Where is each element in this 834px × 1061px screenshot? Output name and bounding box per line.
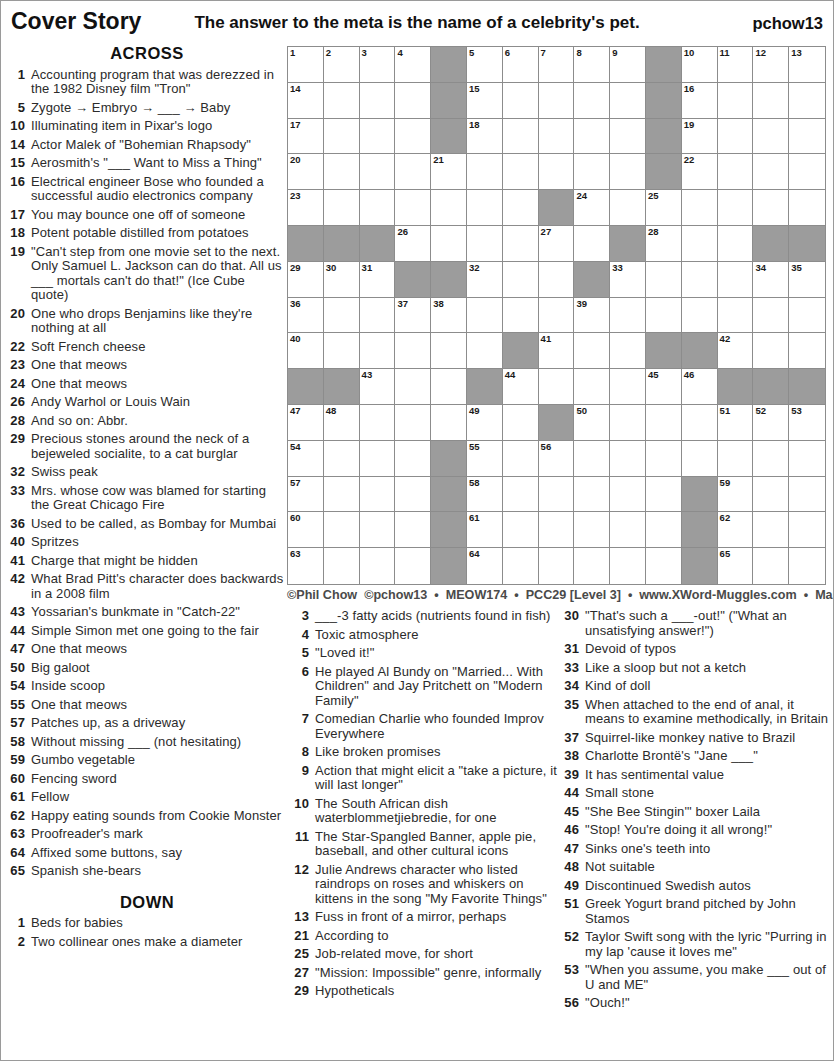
clue-item: 42What Brad Pitt's character does backwa… xyxy=(9,572,285,601)
grid-cell[interactable]: 17 xyxy=(288,119,324,155)
grid-cell[interactable] xyxy=(718,441,754,477)
grid-cell[interactable] xyxy=(789,333,825,369)
clue-text: When attached to the end of anal, it mea… xyxy=(585,698,831,727)
grid-cell[interactable] xyxy=(682,405,718,441)
grid-cell[interactable]: 19 xyxy=(682,119,718,155)
clue-item: 57Patches up, as a driveway xyxy=(9,716,285,731)
grid-cell[interactable] xyxy=(324,333,360,369)
across-column: ACROSS 1Accounting program that was dere… xyxy=(9,46,285,953)
grid-cell[interactable]: 65 xyxy=(718,548,754,584)
grid-cell[interactable] xyxy=(718,226,754,262)
crossword-page: Cover Story The answer to the meta is th… xyxy=(0,0,834,1061)
grid-cell[interactable] xyxy=(610,405,646,441)
grid-cell[interactable] xyxy=(360,119,396,155)
clue-text: Potent potable distilled from potatoes xyxy=(31,226,285,241)
cell-number: 48 xyxy=(326,406,337,416)
grid-cell[interactable] xyxy=(789,512,825,548)
grid-cell[interactable] xyxy=(395,83,431,119)
black-cell xyxy=(610,226,646,262)
grid-cell[interactable] xyxy=(360,333,396,369)
grid-cell[interactable] xyxy=(753,333,789,369)
grid-cell[interactable] xyxy=(324,190,360,226)
grid-cell[interactable] xyxy=(610,83,646,119)
grid-cell[interactable]: 63 xyxy=(288,548,324,584)
grid-cell[interactable] xyxy=(539,477,575,513)
grid-cell[interactable]: 50 xyxy=(574,405,610,441)
clue-number: 16 xyxy=(9,175,31,204)
clue-text: You may bounce one off of someone xyxy=(31,208,285,223)
grid-cell[interactable] xyxy=(574,512,610,548)
grid-cell[interactable] xyxy=(324,154,360,190)
black-cell xyxy=(682,512,718,548)
grid-cell[interactable] xyxy=(503,441,539,477)
grid-cell[interactable] xyxy=(610,154,646,190)
grid-cell[interactable]: 38 xyxy=(431,298,467,334)
grid-cell[interactable] xyxy=(682,298,718,334)
grid-cell[interactable] xyxy=(360,190,396,226)
cell-number: 2 xyxy=(326,48,331,58)
down-list-right: 30"That's such a ___-out!" ("What an uns… xyxy=(563,609,831,1011)
clue-item: 15Aerosmith's "___ Want to Miss a Thing" xyxy=(9,156,285,171)
grid-cell[interactable]: 54 xyxy=(288,441,324,477)
clue-item: 8Like broken promises xyxy=(293,745,559,760)
black-cell xyxy=(682,477,718,513)
grid-cell[interactable] xyxy=(503,512,539,548)
grid-cell[interactable]: 62 xyxy=(718,512,754,548)
grid-cell[interactable]: 55 xyxy=(467,441,503,477)
clue-item: 33Mrs. whose cow was blamed for starting… xyxy=(9,484,285,513)
grid-cell[interactable] xyxy=(395,369,431,405)
grid-cell[interactable]: 16 xyxy=(682,83,718,119)
clue-text: Small stone xyxy=(585,786,831,801)
grid-cell[interactable] xyxy=(467,298,503,334)
clue-text: "When you assume, you make ___ out of U … xyxy=(585,963,831,992)
grid-cell[interactable] xyxy=(789,477,825,513)
grid-cell[interactable] xyxy=(610,477,646,513)
grid-cell[interactable] xyxy=(610,548,646,584)
grid-cell[interactable] xyxy=(646,405,682,441)
grid-cell[interactable] xyxy=(574,369,610,405)
grid-cell[interactable] xyxy=(431,333,467,369)
clue-text: Two collinear ones make a diameter xyxy=(31,935,285,950)
grid-cell[interactable] xyxy=(682,441,718,477)
grid-cell[interactable] xyxy=(574,154,610,190)
clue-item: 30"That's such a ___-out!" ("What an uns… xyxy=(563,609,831,638)
grid-cell[interactable] xyxy=(467,333,503,369)
cell-number: 16 xyxy=(684,84,695,94)
clue-text: Comedian Charlie who founded Improv Ever… xyxy=(315,712,559,741)
grid-cell[interactable] xyxy=(431,369,467,405)
clue-number: 14 xyxy=(9,138,31,153)
grid-cell[interactable]: 15 xyxy=(467,83,503,119)
grid-cell[interactable] xyxy=(753,477,789,513)
clue-text: One that meows xyxy=(31,642,285,657)
grid-cell[interactable] xyxy=(718,262,754,298)
grid-cell[interactable]: 56 xyxy=(539,441,575,477)
grid-cell[interactable] xyxy=(610,369,646,405)
grid-cell[interactable]: 5 xyxy=(467,47,503,83)
meta-instruction: The answer to the meta is the name of a … xyxy=(1,13,833,33)
grid-cell[interactable] xyxy=(789,441,825,477)
grid-cell[interactable] xyxy=(395,477,431,513)
clue-number: 61 xyxy=(9,790,31,805)
grid-cell[interactable]: 45 xyxy=(646,369,682,405)
grid-cell[interactable] xyxy=(610,119,646,155)
grid-cell[interactable] xyxy=(467,154,503,190)
grid-cell[interactable] xyxy=(718,119,754,155)
grid-cell[interactable] xyxy=(574,226,610,262)
black-cell xyxy=(646,83,682,119)
grid-cell[interactable] xyxy=(431,190,467,226)
grid-cell[interactable] xyxy=(360,441,396,477)
grid-cell[interactable]: 37 xyxy=(395,298,431,334)
grid-cell[interactable] xyxy=(646,548,682,584)
black-cell xyxy=(288,226,324,262)
grid-cell[interactable]: 58 xyxy=(467,477,503,513)
grid-cell[interactable] xyxy=(682,190,718,226)
grid-cell[interactable] xyxy=(395,119,431,155)
clue-item: 38Charlotte Brontë's "Jane ___" xyxy=(563,749,831,764)
clue-number: 36 xyxy=(9,517,31,532)
grid-cell[interactable]: 20 xyxy=(288,154,324,190)
grid-cell[interactable] xyxy=(503,226,539,262)
grid-cell[interactable]: 22 xyxy=(682,154,718,190)
grid-cell[interactable] xyxy=(539,154,575,190)
grid-cell[interactable] xyxy=(360,83,396,119)
grid-cell[interactable] xyxy=(395,441,431,477)
clue-text: Affixed some buttons, say xyxy=(31,846,285,861)
clue-number: 54 xyxy=(9,679,31,694)
cell-number: 15 xyxy=(469,84,480,94)
black-cell xyxy=(431,441,467,477)
grid-cell[interactable]: 29 xyxy=(288,262,324,298)
grid-cell[interactable]: 10 xyxy=(682,47,718,83)
grid-cell[interactable]: 53 xyxy=(789,405,825,441)
grid-cell[interactable]: 27 xyxy=(539,226,575,262)
clue-number: 17 xyxy=(9,208,31,223)
grid-cell[interactable] xyxy=(718,298,754,334)
grid-cell[interactable] xyxy=(324,548,360,584)
grid-cell[interactable] xyxy=(753,512,789,548)
clue-item: 48Not suitable xyxy=(563,860,831,875)
clue-number: 52 xyxy=(563,930,585,959)
grid-cell[interactable] xyxy=(539,119,575,155)
grid-cell[interactable]: 24 xyxy=(574,190,610,226)
grid-cell[interactable] xyxy=(503,119,539,155)
clue-number: 29 xyxy=(293,984,315,999)
clue-item: 55One that meows xyxy=(9,698,285,713)
grid-cell[interactable] xyxy=(682,262,718,298)
clue-text: Fencing sword xyxy=(31,772,285,787)
grid-cell[interactable]: 18 xyxy=(467,119,503,155)
clue-text: "That's such a ___-out!" ("What an unsat… xyxy=(585,609,831,638)
grid-cell[interactable] xyxy=(324,119,360,155)
grid-cell[interactable]: 60 xyxy=(288,512,324,548)
grid-cell[interactable] xyxy=(539,262,575,298)
grid-cell[interactable]: 46 xyxy=(682,369,718,405)
grid-cell[interactable]: 39 xyxy=(574,298,610,334)
clue-number: 19 xyxy=(9,245,31,303)
clue-text: ___-3 fatty acids (nutrients found in fi… xyxy=(315,609,559,624)
cell-number: 10 xyxy=(684,48,695,58)
grid-cell[interactable] xyxy=(753,154,789,190)
clue-item: 56"Ouch!" xyxy=(563,996,831,1011)
clue-number: 15 xyxy=(9,156,31,171)
grid-cell[interactable]: 2 xyxy=(324,47,360,83)
grid-cell[interactable] xyxy=(360,298,396,334)
grid-cell[interactable] xyxy=(610,298,646,334)
cell-number: 65 xyxy=(720,549,731,559)
grid-cell[interactable] xyxy=(503,190,539,226)
clue-text: Inside scoop xyxy=(31,679,285,694)
grid-cell[interactable]: 57 xyxy=(288,477,324,513)
grid-cell[interactable]: 6 xyxy=(503,47,539,83)
grid-cell[interactable]: 59 xyxy=(718,477,754,513)
grid-cell[interactable] xyxy=(395,512,431,548)
grid-cell[interactable] xyxy=(324,441,360,477)
cell-number: 53 xyxy=(791,406,802,416)
grid-cell[interactable] xyxy=(646,512,682,548)
black-cell xyxy=(431,477,467,513)
grid-cell[interactable] xyxy=(610,441,646,477)
clue-number: 9 xyxy=(293,764,315,793)
grid-cell[interactable]: 9 xyxy=(610,47,646,83)
grid-cell[interactable] xyxy=(539,369,575,405)
cell-number: 30 xyxy=(326,263,337,273)
clue-text: Not suitable xyxy=(585,860,831,875)
grid-cell[interactable]: 31 xyxy=(360,262,396,298)
grid-cell[interactable] xyxy=(324,83,360,119)
grid-cell[interactable] xyxy=(360,512,396,548)
grid-cell[interactable] xyxy=(753,119,789,155)
grid-cell[interactable] xyxy=(753,298,789,334)
grid-cell[interactable] xyxy=(539,548,575,584)
grid-cell[interactable]: 64 xyxy=(467,548,503,584)
clue-item: 9Action that might elicit a "take a pict… xyxy=(293,764,559,793)
cell-number: 13 xyxy=(791,48,802,58)
grid-cell[interactable] xyxy=(395,333,431,369)
grid-cell[interactable]: 49 xyxy=(467,405,503,441)
grid-cell[interactable]: 25 xyxy=(646,190,682,226)
grid-cell[interactable] xyxy=(467,190,503,226)
clue-item: 21According to xyxy=(293,929,559,944)
grid-cell[interactable] xyxy=(789,119,825,155)
grid-cell[interactable] xyxy=(467,226,503,262)
grid-cell[interactable]: 33 xyxy=(610,262,646,298)
grid-cell[interactable] xyxy=(718,83,754,119)
cell-number: 47 xyxy=(290,406,301,416)
grid-cell[interactable] xyxy=(646,298,682,334)
grid-cell[interactable] xyxy=(360,477,396,513)
black-cell xyxy=(431,512,467,548)
grid-cell[interactable]: 23 xyxy=(288,190,324,226)
author-byline: pchow13 xyxy=(752,14,823,33)
black-cell xyxy=(646,154,682,190)
grid-cell[interactable] xyxy=(646,441,682,477)
grid-cell[interactable] xyxy=(789,548,825,584)
grid-cell[interactable] xyxy=(431,226,467,262)
grid-cell[interactable] xyxy=(324,477,360,513)
grid-cell[interactable] xyxy=(360,405,396,441)
grid-cell[interactable]: 61 xyxy=(467,512,503,548)
grid-cell[interactable]: 32 xyxy=(467,262,503,298)
clue-number: 26 xyxy=(9,395,31,410)
clue-number: 64 xyxy=(9,846,31,861)
cell-number: 22 xyxy=(684,155,695,165)
cell-number: 25 xyxy=(648,191,659,201)
grid-cell[interactable]: 4 xyxy=(395,47,431,83)
clue-item: 59Gumbo vegetable xyxy=(9,753,285,768)
across-list: 1Accounting program that was derezzed in… xyxy=(9,68,285,879)
cell-number: 20 xyxy=(290,155,301,165)
grid-cell[interactable] xyxy=(503,154,539,190)
clue-text: "Loved it!" xyxy=(315,646,559,661)
grid-cell[interactable] xyxy=(539,512,575,548)
clue-item: 29Precious stones around the neck of a b… xyxy=(9,432,285,461)
black-cell xyxy=(431,262,467,298)
grid-cell[interactable] xyxy=(360,154,396,190)
clue-text: He played Al Bundy on "Married... With C… xyxy=(315,665,559,709)
grid-cell[interactable] xyxy=(753,441,789,477)
black-cell xyxy=(431,119,467,155)
clue-number: 35 xyxy=(563,698,585,727)
grid-cell[interactable] xyxy=(574,477,610,513)
grid-cell[interactable]: 47 xyxy=(288,405,324,441)
black-cell xyxy=(431,83,467,119)
grid-cell[interactable]: 44 xyxy=(503,369,539,405)
clue-item: 35When attached to the end of anal, it m… xyxy=(563,698,831,727)
grid-cell[interactable] xyxy=(503,83,539,119)
grid-cell[interactable]: 34 xyxy=(753,262,789,298)
grid-cell[interactable]: 8 xyxy=(574,47,610,83)
clue-number: 55 xyxy=(9,698,31,713)
grid-cell[interactable] xyxy=(503,298,539,334)
grid-cell[interactable] xyxy=(324,512,360,548)
black-cell xyxy=(718,369,754,405)
grid-cell[interactable] xyxy=(718,154,754,190)
grid-cell[interactable] xyxy=(431,405,467,441)
grid-cell[interactable]: 14 xyxy=(288,83,324,119)
clue-text: One that meows xyxy=(31,377,285,392)
grid-cell[interactable] xyxy=(646,262,682,298)
clue-number: 44 xyxy=(563,786,585,801)
cell-number: 43 xyxy=(362,370,373,380)
clue-text: Toxic atmosphere xyxy=(315,628,559,643)
grid-cell[interactable] xyxy=(610,333,646,369)
grid-cell[interactable] xyxy=(610,190,646,226)
grid-cell[interactable]: 36 xyxy=(288,298,324,334)
grid-cell[interactable]: 26 xyxy=(395,226,431,262)
grid-cell[interactable]: 21 xyxy=(431,154,467,190)
clue-number: 34 xyxy=(563,679,585,694)
clue-number: 42 xyxy=(9,572,31,601)
clue-item: 14Actor Malek of "Bohemian Rhapsody" xyxy=(9,138,285,153)
grid-cell[interactable]: 12 xyxy=(753,47,789,83)
grid-cell[interactable] xyxy=(503,477,539,513)
grid-cell[interactable] xyxy=(789,83,825,119)
grid-cell[interactable]: 11 xyxy=(718,47,754,83)
grid-cell[interactable]: 42 xyxy=(718,333,754,369)
cell-number: 35 xyxy=(791,263,802,273)
grid-cell[interactable] xyxy=(395,405,431,441)
grid-cell[interactable]: 43 xyxy=(360,369,396,405)
grid-cell[interactable]: 51 xyxy=(718,405,754,441)
clue-item: 39It has sentimental value xyxy=(563,768,831,783)
clue-text: The Star-Spangled Banner, apple pie, bas… xyxy=(315,830,559,859)
grid-cell[interactable] xyxy=(789,190,825,226)
grid-cell[interactable] xyxy=(503,262,539,298)
clue-item: 18Potent potable distilled from potatoes xyxy=(9,226,285,241)
grid-cell[interactable]: 35 xyxy=(789,262,825,298)
grid-cell[interactable]: 40 xyxy=(288,333,324,369)
clue-item: 46"Stop! You're doing it all wrong!" xyxy=(563,823,831,838)
grid-cell[interactable] xyxy=(789,154,825,190)
grid-cell[interactable] xyxy=(574,119,610,155)
grid-cell[interactable]: 3 xyxy=(360,47,396,83)
grid-cell[interactable]: 7 xyxy=(539,47,575,83)
clue-number: 11 xyxy=(293,830,315,859)
clue-item: 29Hypotheticals xyxy=(293,984,559,999)
down-column-right: 30"That's such a ___-out!" ("What an uns… xyxy=(563,609,831,1015)
black-cell xyxy=(288,369,324,405)
grid-cell[interactable] xyxy=(682,226,718,262)
grid-cell[interactable] xyxy=(539,298,575,334)
grid-cell[interactable] xyxy=(395,154,431,190)
grid-cell[interactable] xyxy=(610,512,646,548)
grid-cell[interactable] xyxy=(574,83,610,119)
clue-item: 41Charge that might be hidden xyxy=(9,554,285,569)
grid-cell[interactable] xyxy=(324,298,360,334)
grid-cell[interactable]: 41 xyxy=(539,333,575,369)
grid-cell[interactable]: 28 xyxy=(646,226,682,262)
grid-cell[interactable] xyxy=(718,190,754,226)
clue-number: 4 xyxy=(293,628,315,643)
grid-cell[interactable] xyxy=(539,83,575,119)
grid-cell[interactable] xyxy=(395,548,431,584)
grid-cell[interactable]: 13 xyxy=(789,47,825,83)
grid-cell[interactable] xyxy=(753,548,789,584)
clue-text: One that meows xyxy=(31,358,285,373)
grid-cell[interactable] xyxy=(395,190,431,226)
grid-cell[interactable] xyxy=(753,83,789,119)
grid-cell[interactable]: 1 xyxy=(288,47,324,83)
grid-cell[interactable] xyxy=(753,190,789,226)
grid-cell[interactable]: 48 xyxy=(324,405,360,441)
black-cell xyxy=(431,548,467,584)
grid-cell[interactable] xyxy=(646,477,682,513)
black-cell xyxy=(503,333,539,369)
clue-number: 29 xyxy=(9,432,31,461)
grid-cell[interactable] xyxy=(503,405,539,441)
black-cell xyxy=(682,333,718,369)
clue-item: 52Taylor Swift song with the lyric "Purr… xyxy=(563,930,831,959)
grid-cell[interactable] xyxy=(574,441,610,477)
cell-number: 3 xyxy=(362,48,367,58)
grid-cell[interactable] xyxy=(503,548,539,584)
clue-number: 12 xyxy=(293,863,315,907)
grid-cell[interactable] xyxy=(789,298,825,334)
grid-cell[interactable]: 30 xyxy=(324,262,360,298)
grid-cell[interactable]: 52 xyxy=(753,405,789,441)
grid-cell[interactable] xyxy=(574,333,610,369)
cell-number: 27 xyxy=(541,227,552,237)
clue-text: Precious stones around the neck of a bej… xyxy=(31,432,285,461)
grid-cell[interactable] xyxy=(574,548,610,584)
clue-text: Happy eating sounds from Cookie Monster xyxy=(31,809,285,824)
grid-cell[interactable] xyxy=(360,548,396,584)
clue-item: 50Big galoot xyxy=(9,661,285,676)
clue-item: 28And so on: Abbr. xyxy=(9,414,285,429)
